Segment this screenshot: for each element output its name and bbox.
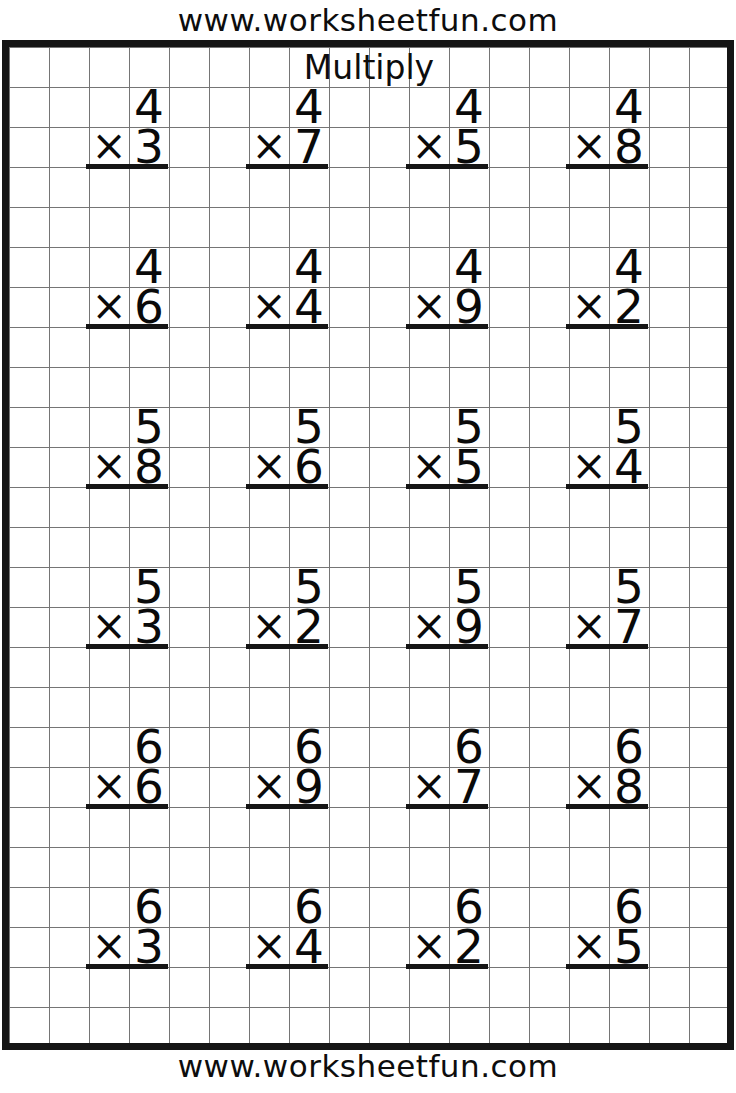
problem-6-1: 6 × 3	[89, 887, 169, 967]
multiplier: 9	[449, 607, 489, 647]
answer-line	[246, 964, 328, 969]
multiplier: 9	[289, 767, 329, 807]
multiplier: 6	[289, 447, 329, 487]
multiply-icon: ×	[89, 607, 129, 647]
problem-5-1: 6 × 6	[89, 727, 169, 807]
multiply-icon: ×	[249, 607, 289, 647]
answer-line	[406, 484, 488, 489]
multiply-icon: ×	[409, 287, 449, 327]
multiply-icon: ×	[409, 767, 449, 807]
answer-line	[246, 484, 328, 489]
problem-1-2: 4 × 7	[249, 87, 329, 167]
multiplier: 7	[609, 607, 649, 647]
answer-line	[86, 644, 168, 649]
answer-line	[246, 804, 328, 809]
problem-3-3: 5 × 5	[409, 407, 489, 487]
problem-4-3: 5 × 9	[409, 567, 489, 647]
answer-line	[86, 324, 168, 329]
multiply-icon: ×	[89, 127, 129, 167]
multiply-icon: ×	[249, 927, 289, 967]
problem-2-2: 4 × 4	[249, 247, 329, 327]
multiply-icon: ×	[249, 447, 289, 487]
multiplier: 5	[449, 127, 489, 167]
answer-line	[406, 164, 488, 169]
multiply-icon: ×	[409, 447, 449, 487]
worksheet-board: Multiply 4 × 3 4 × 7 4 × 5 4	[2, 40, 734, 1050]
multiply-icon: ×	[569, 447, 609, 487]
multiply-icon: ×	[249, 767, 289, 807]
problem-2-1: 4 × 6	[89, 247, 169, 327]
problem-5-2: 6 × 9	[249, 727, 329, 807]
multiply-icon: ×	[409, 927, 449, 967]
multiply-icon: ×	[409, 127, 449, 167]
multiplier: 9	[449, 287, 489, 327]
multiplier: 5	[449, 447, 489, 487]
multiplier: 5	[609, 927, 649, 967]
graph-paper-grid: Multiply 4 × 3 4 × 7 4 × 5 4	[9, 47, 729, 1047]
problem-6-2: 6 × 4	[249, 887, 329, 967]
answer-line	[246, 644, 328, 649]
site-footer: www.worksheetfun.com	[0, 1048, 736, 1084]
multiplier: 4	[289, 287, 329, 327]
answer-line	[246, 164, 328, 169]
multiply-icon: ×	[89, 927, 129, 967]
answer-line	[566, 804, 648, 809]
problem-4-4: 5 × 7	[569, 567, 649, 647]
multiplier: 8	[609, 127, 649, 167]
multiply-icon: ×	[569, 607, 609, 647]
problem-3-4: 5 × 4	[569, 407, 649, 487]
multiplier: 2	[289, 607, 329, 647]
multiplier: 4	[289, 927, 329, 967]
multiplier: 6	[129, 767, 169, 807]
multiply-icon: ×	[89, 767, 129, 807]
site-header: www.worksheetfun.com	[0, 2, 736, 38]
answer-line	[566, 164, 648, 169]
multiplier: 8	[609, 767, 649, 807]
answer-line	[406, 964, 488, 969]
multiply-icon: ×	[249, 287, 289, 327]
answer-line	[406, 804, 488, 809]
multiplier: 7	[289, 127, 329, 167]
problem-6-3: 6 × 2	[409, 887, 489, 967]
problem-2-3: 4 × 9	[409, 247, 489, 327]
problem-3-1: 5 × 8	[89, 407, 169, 487]
answer-line	[86, 804, 168, 809]
multiply-icon: ×	[569, 767, 609, 807]
answer-line	[566, 964, 648, 969]
multiply-icon: ×	[409, 607, 449, 647]
multiplier: 7	[449, 767, 489, 807]
multiplier: 3	[129, 127, 169, 167]
multiply-icon: ×	[249, 127, 289, 167]
answer-line	[566, 484, 648, 489]
answer-line	[566, 644, 648, 649]
problem-3-2: 5 × 6	[249, 407, 329, 487]
multiplier: 8	[129, 447, 169, 487]
multiplier: 4	[609, 447, 649, 487]
problem-4-1: 5 × 3	[89, 567, 169, 647]
answer-line	[566, 324, 648, 329]
answer-line	[86, 484, 168, 489]
answer-line	[406, 644, 488, 649]
problem-5-3: 6 × 7	[409, 727, 489, 807]
problem-1-3: 4 × 5	[409, 87, 489, 167]
multiply-icon: ×	[569, 287, 609, 327]
problem-2-4: 4 × 2	[569, 247, 649, 327]
problem-1-4: 4 × 8	[569, 87, 649, 167]
multiplier: 3	[129, 927, 169, 967]
multiplier: 3	[129, 607, 169, 647]
worksheet-page: www.worksheetfun.com Multiply 4 × 3 4 × …	[0, 0, 736, 1093]
multiply-icon: ×	[89, 447, 129, 487]
multiplier: 2	[609, 287, 649, 327]
problem-1-1: 4 × 3	[89, 87, 169, 167]
answer-line	[246, 324, 328, 329]
answer-line	[406, 324, 488, 329]
multiply-icon: ×	[569, 927, 609, 967]
problem-4-2: 5 × 2	[249, 567, 329, 647]
problem-5-4: 6 × 8	[569, 727, 649, 807]
multiply-icon: ×	[569, 127, 609, 167]
problem-6-4: 6 × 5	[569, 887, 649, 967]
multiply-icon: ×	[89, 287, 129, 327]
multiplier: 2	[449, 927, 489, 967]
multiplier: 6	[129, 287, 169, 327]
answer-line	[86, 964, 168, 969]
answer-line	[86, 164, 168, 169]
